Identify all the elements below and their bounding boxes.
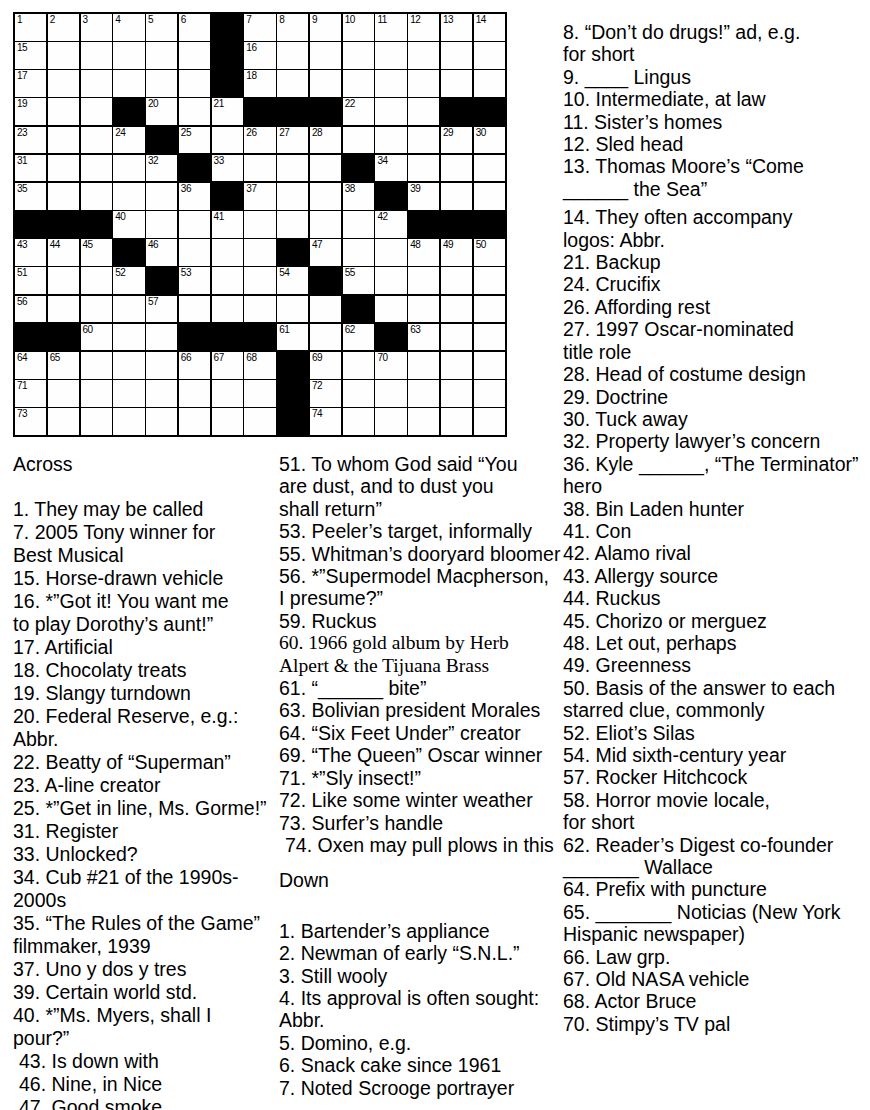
cell-r14c8[interactable] <box>244 380 275 407</box>
black-cell-r7c7 <box>212 183 243 210</box>
cell-r7c15[interactable] <box>474 183 505 210</box>
cell-r15c12[interactable] <box>375 408 406 435</box>
cell-r3c1[interactable]: 17 <box>15 70 46 97</box>
cell-number-64: 64 <box>17 352 27 364</box>
clue-across-46: 46. Nine, in Nice <box>13 1073 275 1096</box>
cell-r12c9[interactable]: 61 <box>277 324 308 351</box>
cell-r14c15[interactable] <box>474 380 505 407</box>
cell-r5c11[interactable] <box>343 127 374 154</box>
clue-across-63: 63. Bolivian president Morales <box>279 699 574 721</box>
clue-down-14: 14. They often accompany logos: Abbr. <box>563 206 870 251</box>
black-cell-r9c9 <box>277 239 308 266</box>
cell-r10c7[interactable] <box>212 267 243 294</box>
cell-r12c13[interactable]: 63 <box>408 324 439 351</box>
clue-down-8: 8. “Don’t do drugs!” ad, e.g. for short <box>563 21 870 66</box>
cell-r6c14[interactable] <box>441 155 472 182</box>
cell-number-37: 37 <box>246 183 256 195</box>
cell-r14c1[interactable]: 71 <box>15 380 46 407</box>
clue-down-48: 48. Let out, perhaps <box>563 632 870 654</box>
cell-number-4: 4 <box>115 14 120 26</box>
cell-r7c9[interactable] <box>277 183 308 210</box>
cell-r14c11[interactable] <box>343 380 374 407</box>
cell-r1c9[interactable]: 8 <box>277 14 308 41</box>
cell-number-26: 26 <box>246 127 256 139</box>
cell-r12c14[interactable] <box>441 324 472 351</box>
cell-r5c12[interactable] <box>375 127 406 154</box>
black-cell-r12c7 <box>212 324 243 351</box>
cell-r9c13[interactable]: 48 <box>408 239 439 266</box>
cell-r9c12[interactable] <box>375 239 406 266</box>
cell-r7c4[interactable] <box>113 183 144 210</box>
cell-number-12: 12 <box>410 14 420 26</box>
cell-r9c3[interactable]: 45 <box>81 239 112 266</box>
cell-number-61: 61 <box>279 324 289 336</box>
cell-r4c5[interactable]: 20 <box>146 98 177 125</box>
clue-down-21: 21. Backup <box>563 251 870 273</box>
cell-r3c3[interactable] <box>81 70 112 97</box>
cell-number-23: 23 <box>17 127 27 139</box>
cell-r11c14[interactable] <box>441 296 472 323</box>
cell-r5c13[interactable] <box>408 127 439 154</box>
cell-r12c11[interactable]: 62 <box>343 324 374 351</box>
cell-r10c4[interactable]: 52 <box>113 267 144 294</box>
clue-across-34: 34. Cub #21 of the 1990s- 2000s <box>13 866 275 912</box>
cell-r14c13[interactable] <box>408 380 439 407</box>
cell-number-68: 68 <box>246 352 256 364</box>
cell-number-73: 73 <box>17 408 27 420</box>
cell-r7c13[interactable]: 39 <box>408 183 439 210</box>
cell-r10c11[interactable]: 55 <box>343 267 374 294</box>
cell-number-38: 38 <box>345 183 355 195</box>
cell-r9c7[interactable] <box>212 239 243 266</box>
cell-r2c3[interactable] <box>81 42 112 69</box>
clue-across-64: 64. “Six Feet Under” creator <box>279 722 574 744</box>
cell-r5c10[interactable]: 28 <box>310 127 341 154</box>
clue-down-24: 24. Crucifix <box>563 273 870 295</box>
cell-r10c15[interactable] <box>474 267 505 294</box>
cell-r13c6[interactable]: 66 <box>179 352 210 379</box>
cell-r12c3[interactable]: 60 <box>81 324 112 351</box>
cell-number-39: 39 <box>410 183 420 195</box>
cell-r1c1[interactable]: 1 <box>15 14 46 41</box>
clue-across-39: 39. Certain world std. <box>13 981 275 1004</box>
cell-r11c10[interactable] <box>310 296 341 323</box>
clue-down-5: 5. Domino, e.g. <box>279 1032 574 1054</box>
cell-r1c2[interactable]: 2 <box>48 14 79 41</box>
clue-down-66: 66. Law grp. <box>563 946 870 968</box>
cell-r5c1[interactable]: 23 <box>15 127 46 154</box>
cell-r12c15[interactable] <box>474 324 505 351</box>
cell-r7c11[interactable]: 38 <box>343 183 374 210</box>
cell-number-13: 13 <box>443 14 453 26</box>
cell-r6c3[interactable] <box>81 155 112 182</box>
cell-r7c14[interactable] <box>441 183 472 210</box>
clue-down-62: 62. Reader’s Digest co-founder _______ W… <box>563 834 870 879</box>
black-cell-r8c14 <box>441 211 472 238</box>
cell-number-63: 63 <box>410 324 420 336</box>
cell-r15c2[interactable] <box>48 408 79 435</box>
cell-r2c9[interactable] <box>277 42 308 69</box>
cell-r13c1[interactable]: 64 <box>15 352 46 379</box>
cell-r9c15[interactable]: 50 <box>474 239 505 266</box>
black-cell-r10c5 <box>146 267 177 294</box>
cell-r5c7[interactable] <box>212 127 243 154</box>
cell-r13c2[interactable]: 65 <box>48 352 79 379</box>
cell-r3c8[interactable]: 18 <box>244 70 275 97</box>
clue-across-20: 20. Federal Reserve, e.g.: Abbr. <box>13 705 275 751</box>
cell-r4c11[interactable]: 22 <box>343 98 374 125</box>
clue-down-68: 68. Actor Bruce <box>563 990 870 1012</box>
cell-r1c6[interactable]: 6 <box>179 14 210 41</box>
clue-down-52: 52. Eliot’s Silas <box>563 722 870 744</box>
cell-r1c4[interactable]: 4 <box>113 14 144 41</box>
cell-number-42: 42 <box>377 211 387 223</box>
cell-r6c8[interactable] <box>244 155 275 182</box>
cell-r10c9[interactable]: 54 <box>277 267 308 294</box>
clue-down-57: 57. Rocker Hitchcock <box>563 766 870 788</box>
cell-r11c4[interactable] <box>113 296 144 323</box>
cell-number-62: 62 <box>345 324 355 336</box>
clue-down-4: 4. Its approval is often sought: Abbr. <box>279 987 574 1032</box>
clue-down-30: 30. Tuck away <box>563 408 870 430</box>
cell-number-44: 44 <box>50 239 60 251</box>
cell-r11c3[interactable] <box>81 296 112 323</box>
cell-number-35: 35 <box>17 183 27 195</box>
cell-r13c12[interactable]: 70 <box>375 352 406 379</box>
cell-r15c8[interactable] <box>244 408 275 435</box>
cell-number-8: 8 <box>279 14 284 26</box>
clue-down-9: 9. ____ Lingus <box>563 66 870 88</box>
cell-r10c13[interactable] <box>408 267 439 294</box>
cell-r15c6[interactable] <box>179 408 210 435</box>
cell-r14c5[interactable] <box>146 380 177 407</box>
cell-number-69: 69 <box>312 352 322 364</box>
cell-r10c8[interactable] <box>244 267 275 294</box>
cell-r1c11[interactable]: 10 <box>343 14 374 41</box>
cell-r5c14[interactable]: 29 <box>441 127 472 154</box>
clue-across-15: 15. Horse-drawn vehicle <box>13 567 275 590</box>
cell-r5c3[interactable] <box>81 127 112 154</box>
cell-r1c5[interactable]: 5 <box>146 14 177 41</box>
cell-r9c5[interactable]: 46 <box>146 239 177 266</box>
cell-number-5: 5 <box>148 14 153 26</box>
across-clues-list-1-47: 1. They may be called7. 2005 Tony winner… <box>13 498 275 1110</box>
cell-r4c3[interactable] <box>81 98 112 125</box>
cell-r11c8[interactable] <box>244 296 275 323</box>
black-cell-r12c1 <box>15 324 46 351</box>
cell-r8c8[interactable] <box>244 211 275 238</box>
cell-r13c10[interactable]: 69 <box>310 352 341 379</box>
cell-r14c7[interactable] <box>212 380 243 407</box>
cell-number-70: 70 <box>377 352 387 364</box>
cell-r4c1[interactable]: 19 <box>15 98 46 125</box>
clue-down-29: 29. Doctrine <box>563 386 870 408</box>
clue-across-37: 37. Uno y dos y tres <box>13 958 275 981</box>
cell-r10c14[interactable] <box>441 267 472 294</box>
cell-r9c14[interactable]: 49 <box>441 239 472 266</box>
cell-r13c14[interactable] <box>441 352 472 379</box>
cell-r1c15[interactable]: 14 <box>474 14 505 41</box>
cell-r2c6[interactable] <box>179 42 210 69</box>
cell-r15c7[interactable] <box>212 408 243 435</box>
cell-r14c14[interactable] <box>441 380 472 407</box>
cell-r13c8[interactable]: 68 <box>244 352 275 379</box>
cell-r5c8[interactable]: 26 <box>244 127 275 154</box>
cell-r12c10[interactable] <box>310 324 341 351</box>
cell-r3c12[interactable] <box>375 70 406 97</box>
cell-r5c15[interactable]: 30 <box>474 127 505 154</box>
cell-r15c13[interactable] <box>408 408 439 435</box>
cell-r8c7[interactable]: 41 <box>212 211 243 238</box>
cell-r10c6[interactable]: 53 <box>179 267 210 294</box>
clue-across-23: 23. A-line creator <box>13 774 275 797</box>
cell-number-66: 66 <box>181 352 191 364</box>
cell-r3c4[interactable] <box>113 70 144 97</box>
cell-r15c14[interactable] <box>441 408 472 435</box>
clue-across-40: 40. *”Ms. Myers, shall I pour?” <box>13 1004 275 1050</box>
cell-number-46: 46 <box>148 239 158 251</box>
cell-r2c8[interactable]: 16 <box>244 42 275 69</box>
cell-r6c9[interactable] <box>277 155 308 182</box>
clue-down-50: 50. Basis of the answer to each starred … <box>563 677 870 722</box>
clue-across-72: 72. Like some winter weather <box>279 789 574 811</box>
cell-r3c10[interactable] <box>310 70 341 97</box>
cell-r7c3[interactable] <box>81 183 112 210</box>
cell-number-9: 9 <box>312 14 317 26</box>
cell-number-57: 57 <box>148 296 158 308</box>
clue-down-1: 1. Bartender’s appliance <box>279 920 574 942</box>
cell-r8c11[interactable] <box>343 211 374 238</box>
cell-r9c10[interactable]: 47 <box>310 239 341 266</box>
cell-r13c11[interactable] <box>343 352 374 379</box>
clue-across-51: 51. To whom God said “You are dust, and … <box>279 453 574 520</box>
cell-r15c15[interactable] <box>474 408 505 435</box>
cell-r1c10[interactable]: 9 <box>310 14 341 41</box>
cell-number-21: 21 <box>214 98 224 110</box>
cell-r7c2[interactable] <box>48 183 79 210</box>
cell-r6c12[interactable]: 34 <box>375 155 406 182</box>
cell-r14c10[interactable]: 72 <box>310 380 341 407</box>
cell-r13c13[interactable] <box>408 352 439 379</box>
black-cell-r6c6 <box>179 155 210 182</box>
cell-number-50: 50 <box>476 239 486 251</box>
cell-r3c2[interactable] <box>48 70 79 97</box>
across-clues-column: Across 1. They may be called7. 2005 Tony… <box>13 453 275 1110</box>
cell-number-56: 56 <box>17 296 27 308</box>
cell-number-27: 27 <box>279 127 289 139</box>
cell-r12c5[interactable] <box>146 324 177 351</box>
cell-r14c2[interactable] <box>48 380 79 407</box>
cell-r6c5[interactable]: 32 <box>146 155 177 182</box>
cell-r3c5[interactable] <box>146 70 177 97</box>
clue-down-44: 44. Ruckus <box>563 587 870 609</box>
across-header: Across <box>13 453 275 476</box>
clue-across-1: 1. They may be called <box>13 498 275 521</box>
cell-r14c12[interactable] <box>375 380 406 407</box>
cell-r10c2[interactable] <box>48 267 79 294</box>
cell-r4c12[interactable] <box>375 98 406 125</box>
cell-r11c15[interactable] <box>474 296 505 323</box>
cell-r2c2[interactable] <box>48 42 79 69</box>
clue-across-71: 71. *”Sly insect!” <box>279 767 574 789</box>
cell-r15c3[interactable] <box>81 408 112 435</box>
cell-number-60: 60 <box>83 324 93 336</box>
cell-r5c4[interactable]: 24 <box>113 127 144 154</box>
cell-r6c4[interactable] <box>113 155 144 182</box>
clue-down-12: 12. Sled head <box>563 133 870 155</box>
cell-r3c13[interactable] <box>408 70 439 97</box>
cell-r15c11[interactable] <box>343 408 374 435</box>
cell-r8c9[interactable] <box>277 211 308 238</box>
cell-number-19: 19 <box>17 98 27 110</box>
clue-down-67: 67. Old NASA vehicle <box>563 968 870 990</box>
clue-across-35: 35. “The Rules of the Game” filmmaker, 1… <box>13 912 275 958</box>
cell-r3c6[interactable] <box>179 70 210 97</box>
black-cell-r7c12 <box>375 183 406 210</box>
cell-r11c9[interactable] <box>277 296 308 323</box>
cell-r13c7[interactable]: 67 <box>212 352 243 379</box>
black-cell-r12c8 <box>244 324 275 351</box>
cell-r2c10[interactable] <box>310 42 341 69</box>
cell-r1c8[interactable]: 7 <box>244 14 275 41</box>
cell-r11c1[interactable]: 56 <box>15 296 46 323</box>
middle-clues-column: 51. To whom God said “You are dust, and … <box>279 453 574 1099</box>
cell-r14c6[interactable] <box>179 380 210 407</box>
cell-number-52: 52 <box>115 267 125 279</box>
cell-r6c2[interactable] <box>48 155 79 182</box>
cell-r9c1[interactable]: 43 <box>15 239 46 266</box>
cell-r6c1[interactable]: 31 <box>15 155 46 182</box>
cell-r10c3[interactable] <box>81 267 112 294</box>
black-cell-r4c8 <box>244 98 275 125</box>
cell-r9c6[interactable] <box>179 239 210 266</box>
cell-r10c12[interactable] <box>375 267 406 294</box>
cell-r3c14[interactable] <box>441 70 472 97</box>
cell-number-53: 53 <box>181 267 191 279</box>
cell-r8c4[interactable]: 40 <box>113 211 144 238</box>
clue-down-70: 70. Stimpy’s TV pal <box>563 1013 870 1035</box>
cell-number-33: 33 <box>214 155 224 167</box>
cell-r2c5[interactable] <box>146 42 177 69</box>
cell-r6c7[interactable]: 33 <box>212 155 243 182</box>
cell-r9c11[interactable] <box>343 239 374 266</box>
black-cell-r14c9 <box>277 380 308 407</box>
black-cell-r4c10 <box>310 98 341 125</box>
cell-r2c14[interactable] <box>441 42 472 69</box>
cell-r7c6[interactable]: 36 <box>179 183 210 210</box>
clue-down-3: 3. Still wooly <box>279 965 574 987</box>
cell-r3c9[interactable] <box>277 70 308 97</box>
cell-number-1: 1 <box>17 14 22 26</box>
cell-r4c2[interactable] <box>48 98 79 125</box>
cell-number-41: 41 <box>214 211 224 223</box>
cell-r11c5[interactable]: 57 <box>146 296 177 323</box>
down-header: Down <box>279 869 574 891</box>
cell-number-25: 25 <box>181 127 191 139</box>
clue-down-45: 45. Chorizo or merguez <box>563 610 870 632</box>
cell-number-48: 48 <box>410 239 420 251</box>
black-cell-r8c1 <box>15 211 46 238</box>
cell-r8c12[interactable]: 42 <box>375 211 406 238</box>
cell-r13c15[interactable] <box>474 352 505 379</box>
cell-r11c13[interactable] <box>408 296 439 323</box>
cell-r15c4[interactable] <box>113 408 144 435</box>
cell-r6c13[interactable] <box>408 155 439 182</box>
cell-r6c10[interactable] <box>310 155 341 182</box>
cell-r12c4[interactable] <box>113 324 144 351</box>
black-cell-r12c2 <box>48 324 79 351</box>
cell-r2c1[interactable]: 15 <box>15 42 46 69</box>
clue-across-74: 74. Oxen may pull plows in this <box>279 834 574 856</box>
cell-r2c4[interactable] <box>113 42 144 69</box>
cell-r15c5[interactable] <box>146 408 177 435</box>
cell-r10c1[interactable]: 51 <box>15 267 46 294</box>
cell-r8c10[interactable] <box>310 211 341 238</box>
cell-r8c5[interactable] <box>146 211 177 238</box>
cell-r1c12[interactable]: 11 <box>375 14 406 41</box>
cell-r11c6[interactable] <box>179 296 210 323</box>
clue-across-53: 53. Peeler’s target, informally <box>279 520 574 542</box>
cell-r4c6[interactable] <box>179 98 210 125</box>
cell-r7c5[interactable] <box>146 183 177 210</box>
cell-number-67: 67 <box>214 352 224 364</box>
cell-r15c10[interactable]: 74 <box>310 408 341 435</box>
cell-r14c4[interactable] <box>113 380 144 407</box>
cell-r7c1[interactable]: 35 <box>15 183 46 210</box>
cell-r4c13[interactable] <box>408 98 439 125</box>
cell-r3c15[interactable] <box>474 70 505 97</box>
cell-r15c1[interactable]: 73 <box>15 408 46 435</box>
cell-r1c3[interactable]: 3 <box>81 14 112 41</box>
clue-down-26: 26. Affording rest <box>563 296 870 318</box>
cell-r13c3[interactable] <box>81 352 112 379</box>
cell-r1c14[interactable]: 13 <box>441 14 472 41</box>
cell-r2c11[interactable] <box>343 42 374 69</box>
cell-number-11: 11 <box>377 14 386 26</box>
cell-r13c4[interactable] <box>113 352 144 379</box>
clue-down-43: 43. Allergy source <box>563 565 870 587</box>
down-clues-list-8-70: 8. “Don’t do drugs!” ad, e.g. for short9… <box>563 21 870 1035</box>
cell-r5c6[interactable]: 25 <box>179 127 210 154</box>
cell-r9c8[interactable] <box>244 239 275 266</box>
clue-down-64: 64. Prefix with puncture <box>563 878 870 900</box>
cell-r5c9[interactable]: 27 <box>277 127 308 154</box>
cell-r11c12[interactable] <box>375 296 406 323</box>
cell-r9c2[interactable]: 44 <box>48 239 79 266</box>
cell-r5c2[interactable] <box>48 127 79 154</box>
cell-r4c7[interactable]: 21 <box>212 98 243 125</box>
cell-r7c8[interactable]: 37 <box>244 183 275 210</box>
cell-r1c13[interactable]: 12 <box>408 14 439 41</box>
cell-r2c12[interactable] <box>375 42 406 69</box>
clue-across-25: 25. *”Get in line, Ms. Gorme!” <box>13 797 275 820</box>
clue-across-16: 16. *”Got it! You want me to play Doroth… <box>13 590 275 636</box>
cell-r11c7[interactable] <box>212 296 243 323</box>
cell-r14c3[interactable] <box>81 380 112 407</box>
cell-r2c15[interactable] <box>474 42 505 69</box>
cell-number-20: 20 <box>148 98 158 110</box>
black-cell-r8c15 <box>474 211 505 238</box>
cell-r11c2[interactable] <box>48 296 79 323</box>
cell-number-3: 3 <box>83 14 88 26</box>
cell-r8c6[interactable] <box>179 211 210 238</box>
cell-r2c13[interactable] <box>408 42 439 69</box>
cell-r13c5[interactable] <box>146 352 177 379</box>
cell-r7c10[interactable] <box>310 183 341 210</box>
cell-r6c15[interactable] <box>474 155 505 182</box>
cell-r3c11[interactable] <box>343 70 374 97</box>
black-cell-r10c10 <box>310 267 341 294</box>
